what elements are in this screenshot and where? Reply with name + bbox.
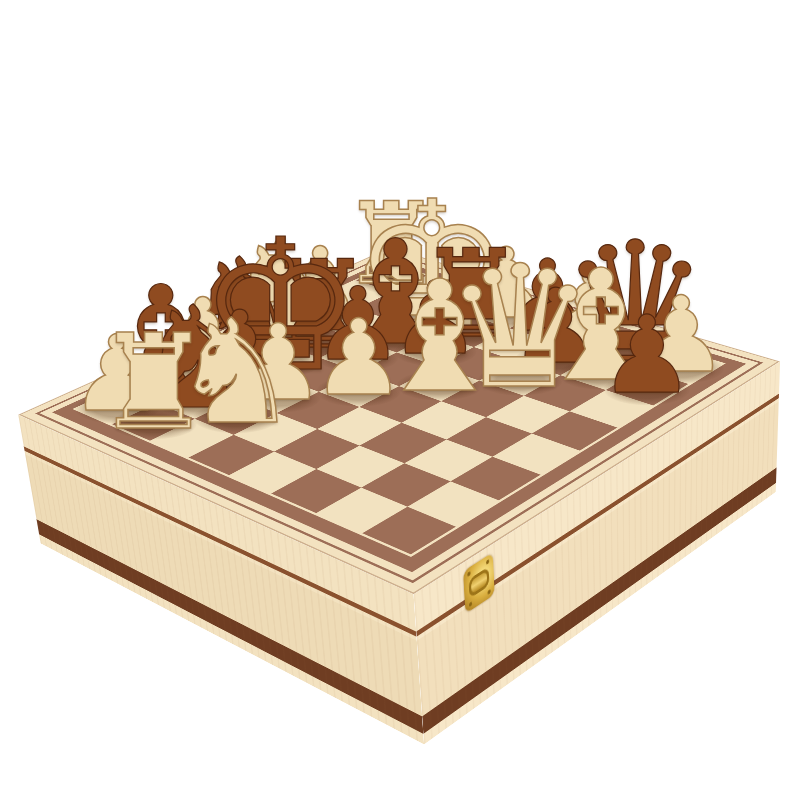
chess-piece-white-P[interactable]: ♟ (312, 306, 406, 411)
clasp-screw (467, 571, 470, 577)
product-photo: ♜♟♟♟♛♟♚♜♟♝♟♟♝♟♛♞♜♟♝♞♚♟♟♟♟♝♞♞♟♜ (0, 0, 800, 800)
clasp-screw (487, 589, 490, 595)
clasp-screw (486, 559, 489, 565)
clasp-latch-icon[interactable] (463, 552, 495, 613)
clasp-hasp-icon (468, 566, 489, 598)
clasp-screw (469, 601, 472, 607)
chess-piece-dark-P[interactable]: ♟ (599, 302, 695, 409)
chess-piece-white-R[interactable]: ♜ (95, 317, 213, 449)
